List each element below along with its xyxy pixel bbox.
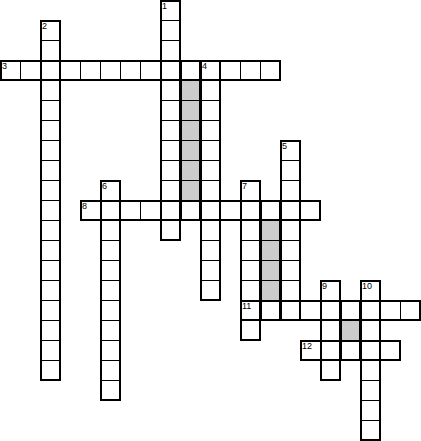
cell-r15-c12[interactable]: [240, 300, 261, 321]
cell-r16-c18[interactable]: [360, 320, 381, 341]
cell-r8-c10[interactable]: [200, 160, 221, 181]
cell-r14-c14[interactable]: [280, 280, 301, 301]
cell-r9-c2[interactable]: [40, 180, 61, 201]
cell-r10-c2[interactable]: [40, 200, 61, 221]
cell-r15-c19[interactable]: [380, 300, 401, 321]
cell-r14-c5[interactable]: [100, 280, 121, 301]
cell-r13-c14[interactable]: [280, 260, 301, 281]
cell-r19-c18[interactable]: [360, 380, 381, 401]
cell-r5-c10[interactable]: [200, 100, 221, 121]
cell-r10-c15[interactable]: [300, 200, 321, 221]
cell-r3-c9[interactable]: [180, 60, 201, 81]
cell-r19-c5[interactable]: [100, 380, 121, 401]
cell-r14-c10[interactable]: [200, 280, 221, 301]
cell-r9-c8[interactable]: [160, 180, 181, 201]
cell-r12-c5[interactable]: [100, 240, 121, 261]
cell-r0-c8[interactable]: [160, 0, 181, 21]
cell-r11-c12[interactable]: [240, 220, 261, 241]
cell-r10-c11[interactable]: [220, 200, 241, 221]
cell-r15-c2[interactable]: [40, 300, 61, 321]
cell-r2-c2[interactable]: [40, 40, 61, 61]
cell-r11-c10[interactable]: [200, 220, 221, 241]
cell-r10-c4[interactable]: [80, 200, 101, 221]
cell-r11-c2[interactable]: [40, 220, 61, 241]
cell-r3-c4[interactable]: [80, 60, 101, 81]
cell-r1-c8[interactable]: [160, 20, 181, 41]
cell-r11-c5[interactable]: [100, 220, 121, 241]
cell-r3-c1[interactable]: [20, 60, 41, 81]
cell-r15-c18[interactable]: [360, 300, 381, 321]
cell-r17-c5[interactable]: [100, 340, 121, 361]
cell-r12-c2[interactable]: [40, 240, 61, 261]
cell-r10-c13[interactable]: [260, 200, 281, 221]
cell-r10-c6[interactable]: [120, 200, 141, 221]
cell-r16-c12[interactable]: [240, 320, 261, 341]
shaded-cell-r8-c9[interactable]: [180, 160, 201, 181]
cell-r16-c5[interactable]: [100, 320, 121, 341]
cell-r14-c16[interactable]: [320, 280, 341, 301]
cell-r9-c14[interactable]: [280, 180, 301, 201]
cell-r11-c14[interactable]: [280, 220, 301, 241]
cell-r10-c12[interactable]: [240, 200, 261, 221]
cell-r11-c8[interactable]: [160, 220, 181, 241]
cell-r10-c9[interactable]: [180, 200, 201, 221]
cell-r15-c20[interactable]: [400, 300, 421, 321]
shaded-cell-r9-c9[interactable]: [180, 180, 201, 201]
cell-r18-c5[interactable]: [100, 360, 121, 381]
shaded-cell-r13-c13[interactable]: [260, 260, 281, 281]
cell-r13-c5[interactable]: [100, 260, 121, 281]
shaded-cell-r5-c9[interactable]: [180, 100, 201, 121]
cell-r6-c10[interactable]: [200, 120, 221, 141]
cell-r10-c8[interactable]: [160, 200, 181, 221]
cell-r13-c12[interactable]: [240, 260, 261, 281]
cell-r16-c16[interactable]: [320, 320, 341, 341]
cell-r7-c14[interactable]: [280, 140, 301, 161]
shaded-cell-r7-c9[interactable]: [180, 140, 201, 161]
cell-r14-c2[interactable]: [40, 280, 61, 301]
cell-r15-c13[interactable]: [260, 300, 281, 321]
cell-r3-c13[interactable]: [260, 60, 281, 81]
cell-r10-c7[interactable]: [140, 200, 161, 221]
cell-r14-c12[interactable]: [240, 280, 261, 301]
cell-r9-c5[interactable]: [100, 180, 121, 201]
cell-r2-c8[interactable]: [160, 40, 181, 61]
cell-r20-c18[interactable]: [360, 400, 381, 421]
cell-r3-c5[interactable]: [100, 60, 121, 81]
cell-r3-c12[interactable]: [240, 60, 261, 81]
cell-r3-c7[interactable]: [140, 60, 161, 81]
cell-r18-c18[interactable]: [360, 360, 381, 381]
cell-r3-c0[interactable]: [0, 60, 21, 81]
cell-r1-c2[interactable]: [40, 20, 61, 41]
cell-r6-c8[interactable]: [160, 120, 181, 141]
cell-r7-c8[interactable]: [160, 140, 181, 161]
cell-r4-c8[interactable]: [160, 80, 181, 101]
cell-r15-c16[interactable]: [320, 300, 341, 321]
cell-r13-c2[interactable]: [40, 260, 61, 281]
cell-r3-c11[interactable]: [220, 60, 241, 81]
cell-r14-c18[interactable]: [360, 280, 381, 301]
shaded-cell-r16-c17[interactable]: [340, 320, 361, 341]
cell-r3-c3[interactable]: [60, 60, 81, 81]
cell-r10-c10[interactable]: [200, 200, 221, 221]
cell-r12-c12[interactable]: [240, 240, 261, 261]
cell-r18-c16[interactable]: [320, 360, 341, 381]
cell-r17-c19[interactable]: [380, 340, 401, 361]
cell-r7-c10[interactable]: [200, 140, 221, 161]
cell-r4-c10[interactable]: [200, 80, 221, 101]
cell-r17-c15[interactable]: [300, 340, 321, 361]
shaded-cell-r6-c9[interactable]: [180, 120, 201, 141]
shaded-cell-r11-c13[interactable]: [260, 220, 281, 241]
cell-r15-c14[interactable]: [280, 300, 301, 321]
cell-r15-c17[interactable]: [340, 300, 361, 321]
cell-r9-c12[interactable]: [240, 180, 261, 201]
cell-r16-c2[interactable]: [40, 320, 61, 341]
cell-r7-c2[interactable]: [40, 140, 61, 161]
cell-r10-c5[interactable]: [100, 200, 121, 221]
cell-r17-c18[interactable]: [360, 340, 381, 361]
shaded-cell-r12-c13[interactable]: [260, 240, 281, 261]
cell-r8-c2[interactable]: [40, 160, 61, 181]
cell-r17-c17[interactable]: [340, 340, 361, 361]
cell-r9-c10[interactable]: [200, 180, 221, 201]
cell-r3-c8[interactable]: [160, 60, 181, 81]
cell-r3-c10[interactable]: [200, 60, 221, 81]
cell-r5-c8[interactable]: [160, 100, 181, 121]
cell-r3-c2[interactable]: [40, 60, 61, 81]
cell-r17-c2[interactable]: [40, 340, 61, 361]
cell-r3-c6[interactable]: [120, 60, 141, 81]
cell-r13-c10[interactable]: [200, 260, 221, 281]
cell-r4-c2[interactable]: [40, 80, 61, 101]
cell-r15-c15[interactable]: [300, 300, 321, 321]
cell-r10-c14[interactable]: [280, 200, 301, 221]
cell-r8-c8[interactable]: [160, 160, 181, 181]
crossword-board: 123456789101112: [0, 0, 421, 441]
cell-r8-c14[interactable]: [280, 160, 301, 181]
cell-r17-c16[interactable]: [320, 340, 341, 361]
cell-r5-c2[interactable]: [40, 100, 61, 121]
shaded-cell-r4-c9[interactable]: [180, 80, 201, 101]
cell-r12-c10[interactable]: [200, 240, 221, 261]
shaded-cell-r14-c13[interactable]: [260, 280, 281, 301]
cell-r6-c2[interactable]: [40, 120, 61, 141]
cell-r15-c5[interactable]: [100, 300, 121, 321]
cell-r18-c2[interactable]: [40, 360, 61, 381]
cell-r12-c14[interactable]: [280, 240, 301, 261]
cell-r21-c18[interactable]: [360, 420, 381, 441]
